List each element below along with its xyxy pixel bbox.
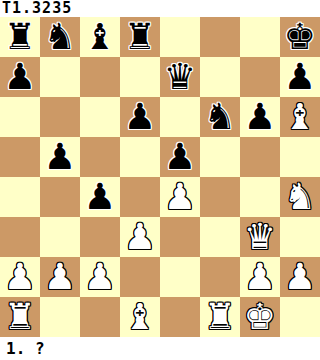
square-d3[interactable]: ♟ <box>120 217 160 257</box>
square-c4[interactable]: ♟ <box>80 177 120 217</box>
black-queen-piece: ♛ <box>164 57 196 97</box>
square-d5[interactable] <box>120 137 160 177</box>
square-f8[interactable] <box>200 17 240 57</box>
square-b5[interactable]: ♟ <box>40 137 80 177</box>
square-b8[interactable]: ♞ <box>40 17 80 57</box>
square-f7[interactable] <box>200 57 240 97</box>
white-knight-piece: ♞ <box>284 177 316 217</box>
square-g3[interactable]: ♛ <box>240 217 280 257</box>
white-rook-piece: ♜ <box>204 297 236 337</box>
square-b6[interactable] <box>40 97 80 137</box>
square-h7[interactable]: ♟ <box>280 57 320 97</box>
square-g7[interactable] <box>240 57 280 97</box>
square-a8[interactable]: ♜ <box>0 17 40 57</box>
square-e4[interactable]: ♟ <box>160 177 200 217</box>
chess-board: ♜♞♝♜♚♟♛♟♟♞♟♝♟♟♟♟♞♟♛♟♟♟♟♟♜♝♜♚ <box>0 17 320 337</box>
white-pawn-piece: ♟ <box>44 257 76 297</box>
white-pawn-piece: ♟ <box>164 177 196 217</box>
square-g6[interactable]: ♟ <box>240 97 280 137</box>
square-a5[interactable] <box>0 137 40 177</box>
square-a7[interactable]: ♟ <box>0 57 40 97</box>
square-h8[interactable]: ♚ <box>280 17 320 57</box>
square-g4[interactable] <box>240 177 280 217</box>
black-pawn-piece: ♟ <box>284 57 316 97</box>
square-c2[interactable]: ♟ <box>80 257 120 297</box>
square-a6[interactable] <box>0 97 40 137</box>
square-f1[interactable]: ♜ <box>200 297 240 337</box>
square-h6[interactable]: ♝ <box>280 97 320 137</box>
square-b1[interactable] <box>40 297 80 337</box>
square-c6[interactable] <box>80 97 120 137</box>
square-f6[interactable]: ♞ <box>200 97 240 137</box>
square-d7[interactable] <box>120 57 160 97</box>
square-c5[interactable] <box>80 137 120 177</box>
square-e8[interactable] <box>160 17 200 57</box>
square-c7[interactable] <box>80 57 120 97</box>
square-a4[interactable] <box>0 177 40 217</box>
square-g8[interactable] <box>240 17 280 57</box>
square-c8[interactable]: ♝ <box>80 17 120 57</box>
black-pawn-piece: ♟ <box>124 97 156 137</box>
square-e2[interactable] <box>160 257 200 297</box>
square-e1[interactable] <box>160 297 200 337</box>
square-f4[interactable] <box>200 177 240 217</box>
square-f5[interactable] <box>200 137 240 177</box>
black-pawn-piece: ♟ <box>164 137 196 177</box>
square-b2[interactable]: ♟ <box>40 257 80 297</box>
square-d8[interactable]: ♜ <box>120 17 160 57</box>
square-e3[interactable] <box>160 217 200 257</box>
square-b7[interactable] <box>40 57 80 97</box>
square-c1[interactable] <box>80 297 120 337</box>
white-pawn-piece: ♟ <box>4 257 36 297</box>
square-h3[interactable] <box>280 217 320 257</box>
square-d4[interactable] <box>120 177 160 217</box>
square-e7[interactable]: ♛ <box>160 57 200 97</box>
square-e5[interactable]: ♟ <box>160 137 200 177</box>
black-rook-piece: ♜ <box>4 17 36 57</box>
square-e6[interactable] <box>160 97 200 137</box>
square-g1[interactable]: ♚ <box>240 297 280 337</box>
black-rook-piece: ♜ <box>124 17 156 57</box>
square-f2[interactable] <box>200 257 240 297</box>
black-pawn-piece: ♟ <box>4 57 36 97</box>
square-d6[interactable]: ♟ <box>120 97 160 137</box>
white-bishop-piece: ♝ <box>284 97 316 137</box>
black-bishop-piece: ♝ <box>84 17 116 57</box>
square-d1[interactable]: ♝ <box>120 297 160 337</box>
square-b3[interactable] <box>40 217 80 257</box>
move-prompt: 1. ? <box>0 337 320 360</box>
chess-puzzle-app: T1.3235 ♜♞♝♜♚♟♛♟♟♞♟♝♟♟♟♟♞♟♛♟♟♟♟♟♜♝♜♚ 1. … <box>0 0 320 360</box>
black-knight-piece: ♞ <box>204 97 236 137</box>
square-a1[interactable]: ♜ <box>0 297 40 337</box>
square-b4[interactable] <box>40 177 80 217</box>
black-pawn-piece: ♟ <box>84 177 116 217</box>
square-h5[interactable] <box>280 137 320 177</box>
white-pawn-piece: ♟ <box>244 257 276 297</box>
white-queen-piece: ♛ <box>244 217 276 257</box>
square-g2[interactable]: ♟ <box>240 257 280 297</box>
puzzle-title: T1.3235 <box>0 0 320 17</box>
square-c3[interactable] <box>80 217 120 257</box>
square-a3[interactable] <box>0 217 40 257</box>
white-rook-piece: ♜ <box>4 297 36 337</box>
square-g5[interactable] <box>240 137 280 177</box>
square-h1[interactable] <box>280 297 320 337</box>
white-pawn-piece: ♟ <box>284 257 316 297</box>
square-f3[interactable] <box>200 217 240 257</box>
white-pawn-piece: ♟ <box>124 217 156 257</box>
black-knight-piece: ♞ <box>44 17 76 57</box>
square-d2[interactable] <box>120 257 160 297</box>
square-h4[interactable]: ♞ <box>280 177 320 217</box>
square-a2[interactable]: ♟ <box>0 257 40 297</box>
black-pawn-piece: ♟ <box>44 137 76 177</box>
white-king-piece: ♚ <box>244 297 276 337</box>
black-king-piece: ♚ <box>284 17 316 57</box>
white-pawn-piece: ♟ <box>84 257 116 297</box>
white-bishop-piece: ♝ <box>124 297 156 337</box>
square-h2[interactable]: ♟ <box>280 257 320 297</box>
black-pawn-piece: ♟ <box>244 97 276 137</box>
